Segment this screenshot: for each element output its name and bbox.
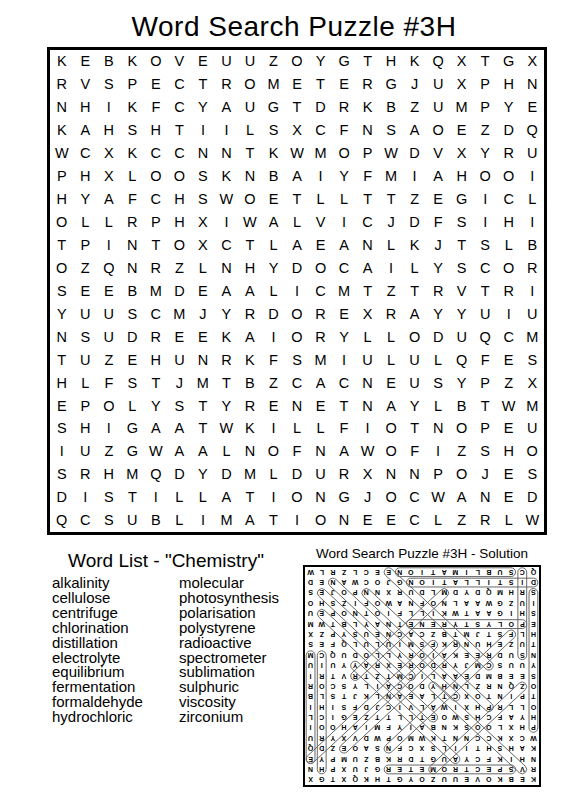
grid-cell: A (450, 486, 474, 509)
grid-cell: S (121, 371, 145, 394)
grid-cell: U (238, 96, 262, 119)
grid-cell: Y (332, 325, 356, 348)
grid-cell: T (379, 188, 403, 211)
grid-cell: S (121, 302, 145, 325)
grid-cell: L (74, 371, 98, 394)
grid-cell: W (520, 509, 544, 532)
grid-cell: J (426, 234, 450, 257)
grid-cell: S (285, 348, 309, 371)
grid-cell: G (332, 50, 356, 73)
grid-cell: N (191, 142, 215, 165)
grid-cell: O (309, 257, 333, 280)
grid-cell: N (309, 440, 333, 463)
grid-cell: F (97, 371, 121, 394)
grid-cell: B (262, 165, 286, 188)
grid-cell: A (168, 440, 192, 463)
grid-cell: N (356, 234, 380, 257)
solution-overlay (305, 567, 539, 785)
grid-cell: L (426, 394, 450, 417)
grid-cell: N (50, 325, 74, 348)
grid-cell: M (309, 142, 333, 165)
grid-cell: Z (168, 257, 192, 280)
grid-cell: N (215, 142, 239, 165)
grid-cell: A (74, 119, 98, 142)
grid-cell: J (168, 371, 192, 394)
grid-cell: W (144, 440, 168, 463)
grid-cell: H (144, 348, 168, 371)
grid-cell: I (262, 325, 286, 348)
grid-cell: U (97, 325, 121, 348)
grid-cell: M (450, 96, 474, 119)
grid-cell: R (356, 73, 380, 96)
grid-cell: I (50, 440, 74, 463)
grid-cell: R (426, 280, 450, 303)
grid-cell: X (191, 211, 215, 234)
grid-cell: N (379, 463, 403, 486)
word-list-title: Word List - "Chemistry" (38, 550, 294, 572)
grid-cell: I (520, 165, 544, 188)
grid-cell: N (356, 394, 380, 417)
grid-cell: S (262, 119, 286, 142)
grid-cell: Z (473, 119, 497, 142)
grid-cell: R (238, 302, 262, 325)
grid-cell: X (356, 302, 380, 325)
grid-cell: I (285, 280, 309, 303)
grid-cell: Y (332, 165, 356, 188)
grid-cell: M (262, 73, 286, 96)
grid-cell: N (215, 257, 239, 280)
grid-cell: R (497, 280, 521, 303)
grid-cell: R (473, 509, 497, 532)
grid-cell: R (121, 211, 145, 234)
grid-cell: I (262, 417, 286, 440)
grid-cell: L (97, 211, 121, 234)
grid-cell: H (74, 165, 98, 188)
grid-cell: Q (426, 50, 450, 73)
grid-cell: L (191, 486, 215, 509)
grid-cell: Q (144, 463, 168, 486)
grid-cell: M (191, 371, 215, 394)
grid-cell: U (74, 348, 98, 371)
grid-cell: B (520, 234, 544, 257)
grid-cell: L (121, 165, 145, 188)
grid-cell: Y (50, 302, 74, 325)
grid-cell: T (121, 486, 145, 509)
grid-cell: S (191, 165, 215, 188)
grid-cell: T (144, 371, 168, 394)
grid-cell: Z (262, 50, 286, 73)
grid-cell: S (520, 463, 544, 486)
grid-cell: T (238, 234, 262, 257)
word-list-item: hydrochloric (52, 710, 143, 725)
grid-cell: P (473, 417, 497, 440)
grid-cell: L (285, 211, 309, 234)
grid-cell: N (332, 509, 356, 532)
grid-cell: D (520, 486, 544, 509)
grid-cell: L (379, 325, 403, 348)
grid-cell: T (450, 234, 474, 257)
grid-cell: A (262, 211, 286, 234)
grid-cell: R (332, 96, 356, 119)
grid-cell: B (450, 394, 474, 417)
grid-cell: T (332, 394, 356, 417)
grid-cell: Y (450, 302, 474, 325)
grid-cell: C (473, 257, 497, 280)
grid-cell: N (191, 348, 215, 371)
grid-cell: O (50, 211, 74, 234)
grid-cell: I (332, 348, 356, 371)
grid-cell: P (473, 96, 497, 119)
grid-cell: K (121, 96, 145, 119)
grid-cell: O (262, 440, 286, 463)
grid-cell: Z (97, 440, 121, 463)
grid-cell: O (144, 165, 168, 188)
solution-word-oval (384, 630, 515, 753)
grid-cell: W (356, 440, 380, 463)
grid-cell: D (309, 96, 333, 119)
word-list-column-right: molecularphotosynthesispolarisationpolys… (179, 576, 279, 725)
grid-cell: O (497, 165, 521, 188)
grid-cell: U (97, 302, 121, 325)
solution-word-oval (362, 589, 493, 712)
grid-cell: L (332, 188, 356, 211)
grid-cell: N (520, 73, 544, 96)
grid-cell: I (356, 417, 380, 440)
grid-cell: Z (497, 371, 521, 394)
solution-word-oval (518, 568, 527, 660)
grid-cell: C (168, 142, 192, 165)
grid-cell: R (215, 73, 239, 96)
grid-cell: C (144, 302, 168, 325)
grid-cell: E (191, 50, 215, 73)
grid-cell: M (520, 394, 544, 417)
grid-cell: A (426, 165, 450, 188)
grid-cell: X (97, 142, 121, 165)
grid-cell: O (144, 50, 168, 73)
grid-cell: G (262, 96, 286, 119)
grid-cell: R (520, 257, 544, 280)
grid-cell: C (332, 257, 356, 280)
grid-cell: V (426, 142, 450, 165)
grid-cell: H (238, 257, 262, 280)
grid-cell: I (97, 96, 121, 119)
grid-cell: I (309, 165, 333, 188)
grid-cell: E (332, 302, 356, 325)
grid-cell: O (520, 440, 544, 463)
grid-cell: U (168, 348, 192, 371)
grid-cell: E (74, 280, 98, 303)
grid-cell: D (215, 463, 239, 486)
grid-cell: V (168, 50, 192, 73)
grid-cell: Q (97, 257, 121, 280)
grid-cell: S (191, 188, 215, 211)
grid-cell: T (262, 509, 286, 532)
grid-cell: T (473, 50, 497, 73)
grid-cell: U (426, 96, 450, 119)
grid-cell: Z (450, 509, 474, 532)
grid-cell: Z (403, 188, 427, 211)
grid-cell: A (215, 96, 239, 119)
grid-cell: M (168, 302, 192, 325)
solution-word-oval (351, 589, 449, 681)
grid-cell: R (74, 463, 98, 486)
grid-cell: O (426, 119, 450, 142)
grid-cell: D (285, 463, 309, 486)
grid-cell: C (403, 509, 427, 532)
grid-cell: U (121, 509, 145, 532)
grid-cell: I (520, 211, 544, 234)
solution-word-oval (384, 765, 515, 774)
grid-cell: N (50, 96, 74, 119)
grid-cell: Q (450, 348, 474, 371)
grid-cell: F (332, 119, 356, 142)
grid-cell: I (285, 509, 309, 532)
grid-cell: N (403, 463, 427, 486)
grid-cell: P (121, 73, 145, 96)
grid-cell: Y (497, 96, 521, 119)
grid-cell: L (262, 280, 286, 303)
grid-cell: G (121, 417, 145, 440)
grid-cell: E (379, 371, 403, 394)
word-search-grid: KEBKOVEUUZOYGTHKQXTGXRVSPECTROMETERGJUXP… (47, 47, 547, 535)
grid-cell: R (144, 325, 168, 348)
grid-cell: H (50, 371, 74, 394)
grid-cell: Y (473, 142, 497, 165)
grid-cell: O (238, 188, 262, 211)
grid-cell: E (450, 119, 474, 142)
grid-cell: E (426, 188, 450, 211)
grid-cell: P (144, 211, 168, 234)
grid-cell: P (74, 234, 98, 257)
grid-cell: A (238, 509, 262, 532)
grid-cell: J (403, 73, 427, 96)
grid-cell: D (403, 211, 427, 234)
grid-cell: B (144, 509, 168, 532)
grid-cell: F (426, 211, 450, 234)
grid-cell: I (426, 440, 450, 463)
grid-cell: X (191, 234, 215, 257)
grid-cell: F (144, 96, 168, 119)
grid-cell: O (403, 325, 427, 348)
grid-cell: S (520, 348, 544, 371)
grid-cell: N (309, 486, 333, 509)
grid-cell: E (144, 73, 168, 96)
grid-cell: C (285, 371, 309, 394)
grid-cell: U (238, 50, 262, 73)
grid-cell: K (50, 50, 74, 73)
word-list-column-left: alkalinitycellulosecentrifugechlorinatio… (52, 576, 143, 725)
grid-cell: H (450, 165, 474, 188)
grid-cell: C (168, 96, 192, 119)
grid-cell: K (238, 348, 262, 371)
grid-cell: A (168, 417, 192, 440)
grid-cell: L (426, 348, 450, 371)
grid-cell: O (97, 394, 121, 417)
grid-cell: L (309, 188, 333, 211)
grid-cell: O (285, 50, 309, 73)
grid-cell: G (379, 73, 403, 96)
grid-cell: I (215, 119, 239, 142)
grid-cell: O (379, 440, 403, 463)
grid-cell: B (238, 371, 262, 394)
grid-cell: Y (426, 302, 450, 325)
grid-cell: D (50, 486, 74, 509)
grid-cell: S (450, 211, 474, 234)
grid-cell: O (50, 257, 74, 280)
grid-cell: T (50, 234, 74, 257)
grid-cell: A (215, 486, 239, 509)
grid-cell: A (403, 119, 427, 142)
grid-cell: C (309, 119, 333, 142)
grid-cell: R (309, 302, 333, 325)
grid-cell: U (520, 302, 544, 325)
grid-cell: X (450, 73, 474, 96)
grid-cell: E (497, 486, 521, 509)
grid-cell: Y (403, 394, 427, 417)
grid-cell: M (144, 280, 168, 303)
solution-word-oval (529, 589, 538, 733)
grid-cell: E (262, 188, 286, 211)
grid-cell: A (144, 417, 168, 440)
grid-cell: K (121, 142, 145, 165)
grid-cell: T (473, 280, 497, 303)
grid-cell: Y (309, 50, 333, 73)
grid-cell: Z (74, 257, 98, 280)
grid-cell: T (473, 394, 497, 417)
grid-cell: H (497, 73, 521, 96)
grid-cell: P (50, 165, 74, 188)
grid-cell: L (262, 234, 286, 257)
grid-cell: B (97, 50, 121, 73)
grid-cell: E (191, 325, 215, 348)
grid-cell: U (426, 73, 450, 96)
grid-cell: T (403, 417, 427, 440)
grid-cell: S (50, 417, 74, 440)
grid-cell: J (356, 486, 380, 509)
grid-cell: U (309, 463, 333, 486)
grid-cell: A (356, 257, 380, 280)
grid-cell: O (285, 325, 309, 348)
grid-cell: U (473, 302, 497, 325)
grid-cell: Y (144, 394, 168, 417)
grid-cell: Z (379, 280, 403, 303)
grid-cell: P (356, 142, 380, 165)
grid-cell: W (215, 188, 239, 211)
grid-cell: B (121, 280, 145, 303)
grid-cell: T (238, 142, 262, 165)
grid-cell: L (497, 234, 521, 257)
grid-cell: D (168, 463, 192, 486)
grid-cell: S (121, 119, 145, 142)
grid-cell: W (379, 142, 403, 165)
grid-cell: O (450, 463, 474, 486)
grid-cell: R (309, 325, 333, 348)
grid-cell: W (285, 142, 309, 165)
grid-cell: V (74, 73, 98, 96)
grid-cell: I (379, 257, 403, 280)
grid-cell: P (473, 371, 497, 394)
grid-cell: I (215, 211, 239, 234)
grid-cell: X (520, 50, 544, 73)
grid-cell: A (238, 280, 262, 303)
grid-cell: A (309, 371, 333, 394)
grid-cell: I (191, 119, 215, 142)
grid-cell: I (191, 509, 215, 532)
grid-cell: Z (262, 371, 286, 394)
grid-cell: A (285, 165, 309, 188)
grid-cell: S (473, 234, 497, 257)
grid-cell: W (497, 394, 521, 417)
solution-word-oval (429, 682, 527, 774)
solution-title: Word Search Puzzle #3H - Solution (299, 546, 545, 561)
grid-cell: A (191, 440, 215, 463)
grid-cell: K (403, 50, 427, 73)
grid-cell: X (450, 142, 474, 165)
grid-cell: T (356, 188, 380, 211)
grid-cell: Y (215, 302, 239, 325)
grid-cell: O (379, 486, 403, 509)
grid-cell: L (238, 119, 262, 142)
grid-cell: I (497, 302, 521, 325)
grid-cell: E (74, 50, 98, 73)
grid-cell: C (497, 325, 521, 348)
grid-cell: K (50, 119, 74, 142)
grid-cell: Y (215, 394, 239, 417)
grid-cell: E (356, 509, 380, 532)
grid-cell: U (74, 440, 98, 463)
grid-cell: E (497, 463, 521, 486)
grid-cell: L (403, 257, 427, 280)
solution-word-oval (317, 609, 437, 722)
grid-cell: M (309, 348, 333, 371)
grid-cell: X (356, 463, 380, 486)
grid-cell: R (238, 394, 262, 417)
grid-cell: M (332, 280, 356, 303)
solution-word-oval (406, 620, 526, 629)
grid-cell: D (168, 280, 192, 303)
solution-word-oval (317, 589, 415, 681)
grid-cell: Z (403, 96, 427, 119)
grid-cell: S (379, 119, 403, 142)
grid-cell: C (74, 509, 98, 532)
grid-cell: Y (191, 96, 215, 119)
grid-cell: T (238, 486, 262, 509)
solution-grid-box: KEBKOVEUUZOYGTHKQXTGXRVSPECTROMETERGJUXP… (303, 565, 541, 787)
grid-cell: A (332, 234, 356, 257)
grid-cell: N (121, 234, 145, 257)
grid-cell: L (168, 509, 192, 532)
grid-cell: C (215, 234, 239, 257)
grid-cell: N (356, 119, 380, 142)
grid-cell: H (144, 119, 168, 142)
grid-cell: L (168, 486, 192, 509)
grid-cell: E (309, 234, 333, 257)
grid-cell: T (191, 417, 215, 440)
grid-cell: I (97, 234, 121, 257)
grid-cell: M (215, 509, 239, 532)
grid-cell: I (473, 211, 497, 234)
grid-cell: E (191, 280, 215, 303)
page-title: Word Search Puzzle #3H (0, 11, 588, 43)
grid-cell: F (403, 440, 427, 463)
grid-cell: K (356, 96, 380, 119)
grid-cell: W (50, 142, 74, 165)
grid-cell: S (74, 325, 98, 348)
grid-cell: L (215, 440, 239, 463)
grid-cell: S (450, 257, 474, 280)
grid-cell: E (262, 394, 286, 417)
grid-cell: Y (450, 371, 474, 394)
